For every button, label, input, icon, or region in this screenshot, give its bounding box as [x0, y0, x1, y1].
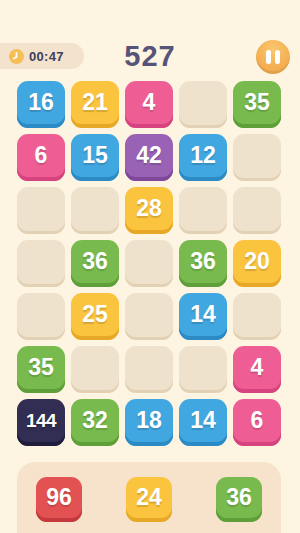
tile-14[interactable]: 14 [179, 399, 227, 446]
game-screen: 00:47 527 162143561542122836362025143541… [0, 0, 300, 533]
empty-cell[interactable] [179, 346, 227, 393]
tile-144[interactable]: 144 [17, 399, 65, 446]
empty-cell[interactable] [71, 346, 119, 393]
empty-cell[interactable] [17, 293, 65, 340]
tile-14[interactable]: 14 [179, 293, 227, 340]
tile-32[interactable]: 32 [71, 399, 119, 446]
tile-16[interactable]: 16 [17, 81, 65, 128]
tile-28[interactable]: 28 [125, 187, 173, 234]
tile-36[interactable]: 36 [216, 477, 262, 522]
empty-cell[interactable] [17, 187, 65, 234]
tile-36[interactable]: 36 [179, 240, 227, 287]
pause-icon [266, 50, 280, 64]
tile-25[interactable]: 25 [71, 293, 119, 340]
board-grid: 162143561542122836362025143541443218146 [17, 81, 281, 446]
tile-21[interactable]: 21 [71, 81, 119, 128]
tile-6[interactable]: 6 [17, 134, 65, 181]
pause-button[interactable] [256, 40, 290, 74]
tile-12[interactable]: 12 [179, 134, 227, 181]
tile-42[interactable]: 42 [125, 134, 173, 181]
empty-cell[interactable] [71, 187, 119, 234]
empty-cell[interactable] [125, 346, 173, 393]
empty-cell[interactable] [17, 240, 65, 287]
tile-4[interactable]: 4 [233, 346, 281, 393]
empty-cell[interactable] [125, 240, 173, 287]
score-value: 527 [0, 40, 300, 73]
tile-24[interactable]: 24 [126, 477, 172, 522]
tile-6[interactable]: 6 [233, 399, 281, 446]
tile-20[interactable]: 20 [233, 240, 281, 287]
tile-18[interactable]: 18 [125, 399, 173, 446]
top-bar: 00:47 527 [0, 40, 300, 74]
empty-cell[interactable] [233, 187, 281, 234]
empty-cell[interactable] [179, 187, 227, 234]
tile-96[interactable]: 96 [36, 477, 82, 522]
tile-35[interactable]: 35 [233, 81, 281, 128]
tile-35[interactable]: 35 [17, 346, 65, 393]
tile-4[interactable]: 4 [125, 81, 173, 128]
tile-tray: 962436 [17, 462, 281, 533]
empty-cell[interactable] [233, 134, 281, 181]
tile-15[interactable]: 15 [71, 134, 119, 181]
empty-cell[interactable] [179, 81, 227, 128]
empty-cell[interactable] [125, 293, 173, 340]
tile-36[interactable]: 36 [71, 240, 119, 287]
empty-cell[interactable] [233, 293, 281, 340]
